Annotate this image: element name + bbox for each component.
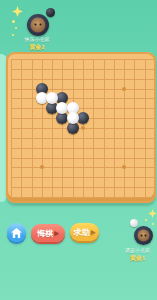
opponent-avatar <box>134 226 153 245</box>
opponent-avatar-face <box>137 229 150 242</box>
grid-line <box>11 148 155 149</box>
home-button[interactable] <box>7 223 26 242</box>
grid-line <box>11 167 155 168</box>
star-point <box>122 87 126 91</box>
help-button[interactable]: 求助▶ <box>70 223 99 241</box>
sparkle-dot <box>145 219 147 221</box>
undo-button-label: 悔棋 <box>37 228 53 239</box>
player-black-stone-badge <box>46 8 55 17</box>
sparkle-icon <box>12 6 23 17</box>
grid-line <box>145 59 146 197</box>
grid-line <box>11 158 155 159</box>
grid-line <box>11 138 155 139</box>
undo-button[interactable]: 悔棋▶ <box>31 224 65 242</box>
grid-line <box>11 187 155 188</box>
grid-line <box>11 197 155 198</box>
player-avatar <box>27 14 49 36</box>
white-stone <box>67 112 79 124</box>
help-button-label: 求助 <box>74 227 90 238</box>
player-avatar-face <box>31 18 46 33</box>
opponent-rank: 黄金1 <box>118 254 157 262</box>
star-point <box>122 165 126 169</box>
play-arrow-icon: ▶ <box>54 230 59 236</box>
gomoku-board[interactable] <box>6 52 156 203</box>
game-screen: 快乐小仓鼠 黄金2 悔棋▶ 求助▶ 调皮小仓鼠 黄金1 <box>0 0 157 300</box>
sparkle-icon <box>148 209 157 218</box>
board-grid[interactable] <box>11 59 155 197</box>
star-point <box>81 126 85 130</box>
grid-line <box>155 59 156 197</box>
grid-line <box>11 177 155 178</box>
sparkle-dot <box>12 20 15 23</box>
player-name: 快乐小仓鼠 <box>8 36 66 43</box>
opponent-name: 调皮小仓鼠 <box>118 247 157 254</box>
play-arrow-icon: ▶ <box>91 229 96 235</box>
black-stone <box>77 112 89 124</box>
home-icon <box>11 228 22 238</box>
opponent-white-stone-badge <box>130 219 138 227</box>
sparkle-dot <box>15 27 17 29</box>
player-rank: 黄金2 <box>8 43 66 51</box>
white-stone <box>46 92 58 104</box>
sparkle-dot <box>152 223 154 225</box>
star-point <box>40 165 44 169</box>
